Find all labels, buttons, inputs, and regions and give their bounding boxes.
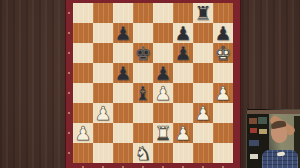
piece-white-rook: ♜ (153, 123, 173, 143)
square-c8 (113, 3, 133, 23)
square-e1 (153, 143, 173, 163)
piece-black-pawn: ♟ (173, 23, 193, 43)
square-c6 (113, 43, 133, 63)
square-b1 (93, 143, 113, 163)
square-a7 (73, 23, 93, 43)
square-e4: ♟ (153, 83, 173, 103)
piece-white-pawn: ♟ (153, 83, 173, 103)
square-g7 (193, 23, 213, 43)
square-a4 (73, 83, 93, 103)
square-e5: ♟ (153, 63, 173, 83)
file-label-d (142, 166, 144, 168)
square-d4: ♝ (133, 83, 153, 103)
square-d5 (133, 63, 153, 83)
square-h1 (213, 143, 233, 163)
square-d8 (133, 3, 153, 23)
square-c5: ♟ (113, 63, 133, 83)
square-g5 (193, 63, 213, 83)
square-f8 (173, 3, 193, 23)
square-b7 (93, 23, 113, 43)
square-f5 (173, 63, 193, 83)
square-f4 (173, 83, 193, 103)
shelf-item (249, 118, 257, 124)
file-label-f (182, 166, 184, 168)
piece-white-pawn: ♟ (213, 83, 233, 103)
piece-white-king: ♚ (213, 43, 233, 63)
shelf-item (250, 154, 258, 159)
square-g3: ♟ (193, 103, 213, 123)
rank-label-3 (68, 112, 70, 114)
square-b6 (93, 43, 113, 63)
square-c3 (113, 103, 133, 123)
square-b2 (93, 123, 113, 143)
piece-white-pawn: ♟ (193, 103, 213, 123)
square-d1: ♞ (133, 143, 153, 163)
square-a8 (73, 3, 93, 23)
square-e6 (153, 43, 173, 63)
file-label-e (162, 166, 164, 168)
piece-black-pawn: ♟ (153, 63, 173, 83)
square-c1 (113, 143, 133, 163)
file-label-h (222, 166, 224, 168)
piece-white-knight: ♞ (133, 143, 153, 163)
square-g2 (193, 123, 213, 143)
video-frame: ♜♟♟♟♚♟♚♟♟♝♟♟♟♟♟♜♟♞ (0, 0, 300, 168)
piece-black-pawn: ♟ (173, 43, 193, 63)
square-b3: ♟ (93, 103, 113, 123)
rank-label-8 (68, 12, 70, 14)
square-a2: ♟ (73, 123, 93, 143)
piece-white-pawn: ♟ (173, 123, 193, 143)
square-h8 (213, 3, 233, 23)
square-a5 (73, 63, 93, 83)
square-h6: ♚ (213, 43, 233, 63)
square-f7: ♟ (173, 23, 193, 43)
square-e2: ♜ (153, 123, 173, 143)
rank-label-5 (68, 72, 70, 74)
square-e8 (153, 3, 173, 23)
file-label-a (82, 166, 84, 168)
piece-black-rook: ♜ (193, 3, 213, 23)
square-c7: ♟ (113, 23, 133, 43)
square-d7 (133, 23, 153, 43)
rank-label-2 (68, 132, 70, 134)
square-g6 (193, 43, 213, 63)
shelf-item (259, 129, 267, 134)
square-h2 (213, 123, 233, 143)
piece-black-pawn: ♟ (113, 23, 133, 43)
square-c4 (113, 83, 133, 103)
square-h3 (213, 103, 233, 123)
rank-label-7 (68, 32, 70, 34)
square-h5 (213, 63, 233, 83)
file-label-g (202, 166, 204, 168)
square-b5 (93, 63, 113, 83)
square-h7: ♟ (213, 23, 233, 43)
square-g1 (193, 143, 213, 163)
piece-black-pawn: ♟ (113, 63, 133, 83)
square-h4: ♟ (213, 83, 233, 103)
square-f2: ♟ (173, 123, 193, 143)
square-b4 (93, 83, 113, 103)
shelf-item (258, 117, 267, 124)
piece-white-pawn: ♟ (93, 103, 113, 123)
square-b8 (93, 3, 113, 23)
rank-label-1 (68, 152, 70, 154)
square-f6: ♟ (173, 43, 193, 63)
shelf-item (249, 140, 259, 146)
chess-board: ♜♟♟♟♚♟♚♟♟♝♟♟♟♟♟♜♟♞ (73, 3, 233, 163)
square-a3 (73, 103, 93, 123)
square-e3 (153, 103, 173, 123)
square-a6 (73, 43, 93, 63)
square-e7 (153, 23, 173, 43)
square-g8: ♜ (193, 3, 213, 23)
chess-board-frame: ♜♟♟♟♚♟♚♟♟♝♟♟♟♟♟♜♟♞ (66, 0, 240, 168)
square-d6: ♚ (133, 43, 153, 63)
piece-black-pawn: ♟ (213, 23, 233, 43)
square-f1 (173, 143, 193, 163)
square-a1 (73, 143, 93, 163)
square-g4 (193, 83, 213, 103)
square-f3 (173, 103, 193, 123)
file-label-c (122, 166, 124, 168)
piece-black-bishop: ♝ (133, 83, 153, 103)
file-label-b (102, 166, 104, 168)
shelf-item (250, 128, 257, 133)
piece-white-pawn: ♟ (73, 123, 93, 143)
rank-label-4 (68, 92, 70, 94)
presenter-webcam (246, 109, 300, 168)
piece-black-king: ♚ (133, 43, 153, 63)
rank-label-6 (68, 52, 70, 54)
square-d2 (133, 123, 153, 143)
square-d3 (133, 103, 153, 123)
square-c2 (113, 123, 133, 143)
